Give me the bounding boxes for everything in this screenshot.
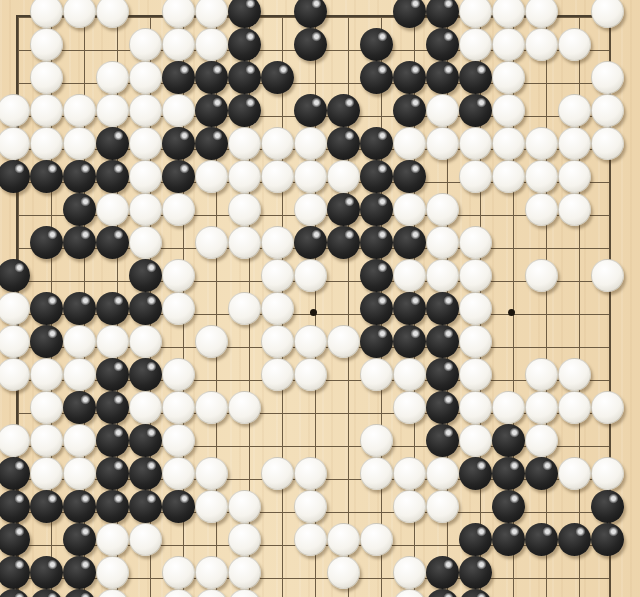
white-stone (360, 457, 393, 490)
white-stone (294, 358, 327, 391)
white-stone (162, 391, 195, 424)
white-stone (426, 193, 459, 226)
white-stone (459, 292, 492, 325)
white-stone (492, 0, 525, 28)
white-stone (591, 259, 624, 292)
white-stone (96, 0, 129, 28)
white-stone (195, 0, 228, 28)
white-stone (261, 325, 294, 358)
black-stone (63, 391, 96, 424)
white-stone (525, 424, 558, 457)
black-stone (459, 523, 492, 556)
black-stone (96, 391, 129, 424)
black-stone (360, 325, 393, 358)
white-stone (591, 94, 624, 127)
white-stone (162, 358, 195, 391)
white-stone (228, 160, 261, 193)
white-stone (162, 259, 195, 292)
black-stone (0, 457, 30, 490)
white-stone (591, 127, 624, 160)
black-stone (459, 61, 492, 94)
black-stone (0, 490, 30, 523)
white-stone (63, 358, 96, 391)
white-stone (63, 424, 96, 457)
white-stone (63, 127, 96, 160)
black-stone (129, 490, 162, 523)
screenshot-root (0, 0, 640, 597)
white-stone (393, 127, 426, 160)
white-stone (195, 226, 228, 259)
white-stone (558, 457, 591, 490)
black-stone (360, 127, 393, 160)
white-stone (0, 358, 30, 391)
white-stone (492, 61, 525, 94)
white-stone (327, 523, 360, 556)
black-stone (426, 556, 459, 589)
black-stone (492, 457, 525, 490)
black-stone (393, 226, 426, 259)
white-stone (96, 325, 129, 358)
black-stone (63, 292, 96, 325)
black-stone (360, 193, 393, 226)
star-point (508, 309, 515, 316)
white-stone (96, 556, 129, 589)
black-stone (63, 226, 96, 259)
white-stone (459, 325, 492, 358)
white-stone (492, 160, 525, 193)
black-stone (228, 61, 261, 94)
black-stone (426, 325, 459, 358)
white-stone (30, 424, 63, 457)
black-stone (195, 61, 228, 94)
black-stone (294, 28, 327, 61)
white-stone (96, 61, 129, 94)
white-stone (525, 193, 558, 226)
black-stone (558, 523, 591, 556)
white-stone (294, 259, 327, 292)
white-stone (129, 94, 162, 127)
white-stone (426, 457, 459, 490)
black-stone (492, 490, 525, 523)
black-stone (459, 94, 492, 127)
black-stone (0, 556, 30, 589)
black-stone (96, 127, 129, 160)
white-stone (459, 0, 492, 28)
white-stone (162, 292, 195, 325)
white-stone (0, 424, 30, 457)
black-stone (162, 61, 195, 94)
white-stone (195, 160, 228, 193)
white-stone (459, 160, 492, 193)
white-stone (492, 127, 525, 160)
white-stone (30, 127, 63, 160)
black-stone (492, 424, 525, 457)
white-stone (558, 160, 591, 193)
black-stone (393, 61, 426, 94)
black-stone (30, 160, 63, 193)
white-stone (228, 556, 261, 589)
white-stone (129, 325, 162, 358)
black-stone (393, 325, 426, 358)
white-stone (459, 424, 492, 457)
white-stone (327, 325, 360, 358)
white-stone (30, 61, 63, 94)
black-stone (129, 358, 162, 391)
black-stone (525, 457, 558, 490)
white-stone (0, 127, 30, 160)
white-stone (591, 391, 624, 424)
white-stone (558, 94, 591, 127)
black-stone (30, 226, 63, 259)
white-stone (261, 127, 294, 160)
white-stone (30, 94, 63, 127)
white-stone (459, 226, 492, 259)
white-stone (591, 61, 624, 94)
white-stone (63, 325, 96, 358)
white-stone (195, 325, 228, 358)
white-stone (0, 292, 30, 325)
white-stone (162, 424, 195, 457)
black-stone (30, 292, 63, 325)
white-stone (96, 193, 129, 226)
white-stone (393, 457, 426, 490)
white-stone (525, 358, 558, 391)
white-stone (0, 325, 30, 358)
white-stone (195, 556, 228, 589)
black-stone (96, 424, 129, 457)
black-stone (30, 325, 63, 358)
white-stone (525, 0, 558, 28)
black-stone (591, 490, 624, 523)
white-stone (30, 0, 63, 28)
white-stone (261, 358, 294, 391)
white-stone (492, 28, 525, 61)
black-stone (162, 127, 195, 160)
black-stone (393, 292, 426, 325)
white-stone (294, 325, 327, 358)
white-stone (426, 94, 459, 127)
white-stone (30, 28, 63, 61)
black-stone (96, 226, 129, 259)
white-stone (426, 127, 459, 160)
black-stone (195, 127, 228, 160)
black-stone (96, 358, 129, 391)
white-stone (63, 457, 96, 490)
black-stone (63, 556, 96, 589)
white-stone (129, 127, 162, 160)
white-stone (129, 193, 162, 226)
white-stone (261, 292, 294, 325)
black-stone (30, 556, 63, 589)
white-stone (228, 127, 261, 160)
black-stone (393, 160, 426, 193)
black-stone (261, 61, 294, 94)
black-stone (63, 160, 96, 193)
white-stone (228, 193, 261, 226)
black-stone (459, 457, 492, 490)
white-stone (558, 391, 591, 424)
white-stone (162, 457, 195, 490)
black-stone (294, 0, 327, 28)
white-stone (162, 94, 195, 127)
white-stone (525, 391, 558, 424)
black-stone (294, 226, 327, 259)
black-stone (0, 523, 30, 556)
white-stone (228, 292, 261, 325)
white-stone (360, 358, 393, 391)
white-stone (96, 523, 129, 556)
black-stone (426, 28, 459, 61)
white-stone (30, 358, 63, 391)
white-stone (261, 160, 294, 193)
white-stone (228, 490, 261, 523)
black-stone (426, 358, 459, 391)
white-stone (459, 259, 492, 292)
black-stone (96, 457, 129, 490)
white-stone (294, 193, 327, 226)
black-stone (360, 226, 393, 259)
white-stone (459, 358, 492, 391)
black-stone (393, 0, 426, 28)
white-stone (393, 556, 426, 589)
white-stone (294, 160, 327, 193)
black-stone (63, 193, 96, 226)
white-stone (129, 226, 162, 259)
black-stone (129, 424, 162, 457)
black-stone (393, 94, 426, 127)
white-stone (393, 259, 426, 292)
white-stone (492, 391, 525, 424)
white-stone (426, 226, 459, 259)
black-stone (162, 490, 195, 523)
black-stone (327, 94, 360, 127)
white-stone (195, 28, 228, 61)
white-stone (360, 424, 393, 457)
white-stone (228, 391, 261, 424)
black-stone (30, 490, 63, 523)
white-stone (294, 523, 327, 556)
white-stone (129, 61, 162, 94)
black-stone (63, 523, 96, 556)
black-stone (426, 424, 459, 457)
white-stone (294, 127, 327, 160)
black-stone (0, 259, 30, 292)
white-stone (558, 28, 591, 61)
white-stone (591, 457, 624, 490)
black-stone (129, 457, 162, 490)
black-stone (591, 523, 624, 556)
white-stone (0, 94, 30, 127)
go-board[interactable] (0, 0, 640, 597)
white-stone (228, 226, 261, 259)
black-stone (129, 259, 162, 292)
white-stone (261, 226, 294, 259)
white-stone (261, 457, 294, 490)
white-stone (525, 127, 558, 160)
white-stone (558, 358, 591, 391)
black-stone (525, 523, 558, 556)
black-stone (327, 127, 360, 160)
white-stone (261, 259, 294, 292)
white-stone (294, 457, 327, 490)
white-stone (30, 457, 63, 490)
black-stone (228, 28, 261, 61)
white-stone (162, 556, 195, 589)
white-stone (459, 127, 492, 160)
black-stone (360, 160, 393, 193)
white-stone (459, 28, 492, 61)
white-stone (558, 127, 591, 160)
black-stone (459, 556, 492, 589)
black-stone (426, 61, 459, 94)
white-stone (327, 556, 360, 589)
white-stone (525, 259, 558, 292)
white-stone (96, 94, 129, 127)
white-stone (63, 94, 96, 127)
black-stone (327, 193, 360, 226)
white-stone (195, 490, 228, 523)
white-stone (426, 490, 459, 523)
white-stone (492, 94, 525, 127)
white-stone (129, 523, 162, 556)
white-stone (228, 523, 261, 556)
white-stone (393, 391, 426, 424)
white-stone (30, 391, 63, 424)
white-stone (195, 457, 228, 490)
white-stone (63, 0, 96, 28)
black-stone (360, 259, 393, 292)
white-stone (129, 391, 162, 424)
black-stone (426, 292, 459, 325)
white-stone (327, 160, 360, 193)
white-stone (393, 490, 426, 523)
black-stone (129, 292, 162, 325)
white-stone (162, 0, 195, 28)
star-point (310, 309, 317, 316)
black-stone (195, 94, 228, 127)
white-stone (360, 523, 393, 556)
white-stone (162, 28, 195, 61)
black-stone (360, 292, 393, 325)
black-stone (63, 490, 96, 523)
black-stone (426, 0, 459, 28)
white-stone (525, 160, 558, 193)
black-stone (426, 391, 459, 424)
white-stone (195, 391, 228, 424)
black-stone (96, 490, 129, 523)
black-stone (492, 523, 525, 556)
black-stone (327, 226, 360, 259)
black-stone (228, 94, 261, 127)
white-stone (558, 193, 591, 226)
white-stone (591, 0, 624, 28)
black-stone (96, 292, 129, 325)
white-stone (294, 490, 327, 523)
white-stone (129, 28, 162, 61)
white-stone (393, 358, 426, 391)
white-stone (129, 160, 162, 193)
black-stone (228, 0, 261, 28)
black-stone (360, 61, 393, 94)
black-stone (0, 160, 30, 193)
black-stone (96, 160, 129, 193)
white-stone (393, 193, 426, 226)
white-stone (426, 259, 459, 292)
white-stone (525, 28, 558, 61)
black-stone (162, 160, 195, 193)
white-stone (162, 193, 195, 226)
white-stone (459, 391, 492, 424)
black-stone (294, 94, 327, 127)
black-stone (360, 28, 393, 61)
